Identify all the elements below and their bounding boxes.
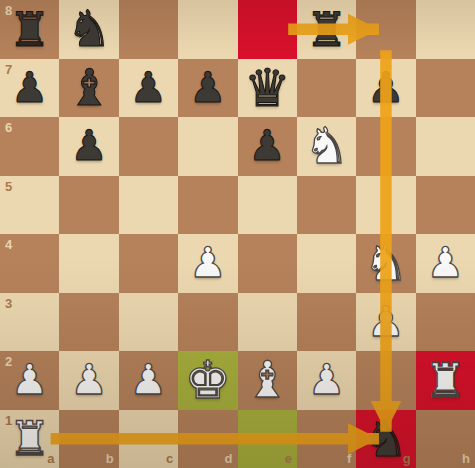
square-a4[interactable]: 4	[0, 234, 59, 293]
square-f5[interactable]	[297, 176, 356, 235]
square-b4[interactable]	[59, 234, 118, 293]
rank-label-8: 8	[5, 3, 12, 18]
square-a6[interactable]: 6	[0, 117, 59, 176]
square-b3[interactable]	[59, 293, 118, 352]
white-pawn-icon[interactable]: ♟	[119, 351, 178, 410]
square-e1[interactable]: e	[238, 410, 297, 468]
square-e8[interactable]	[238, 0, 297, 59]
square-d3[interactable]	[178, 293, 237, 352]
square-e6[interactable]: ♟	[238, 117, 297, 176]
square-d1[interactable]: d	[178, 410, 237, 468]
black-rook-icon[interactable]: ♜	[297, 0, 356, 59]
white-pawn-icon[interactable]: ♟	[356, 293, 415, 352]
black-bishop-icon[interactable]: ♝	[59, 59, 118, 118]
square-d6[interactable]	[178, 117, 237, 176]
square-h4[interactable]: ♟	[416, 234, 475, 293]
square-g1[interactable]: g♞	[356, 410, 415, 468]
white-rook-icon[interactable]: ♜	[416, 351, 475, 410]
square-g7[interactable]: ♟	[356, 59, 415, 118]
square-g6[interactable]	[356, 117, 415, 176]
white-pawn-icon[interactable]: ♟	[59, 351, 118, 410]
square-c4[interactable]	[119, 234, 178, 293]
black-queen-icon[interactable]: ♛	[238, 59, 297, 118]
black-knight-icon[interactable]: ♞	[59, 0, 118, 59]
square-b1[interactable]: b	[59, 410, 118, 468]
square-e2[interactable]: ♝	[238, 351, 297, 410]
rank-label-3: 3	[5, 296, 12, 311]
square-d5[interactable]	[178, 176, 237, 235]
square-h6[interactable]	[416, 117, 475, 176]
square-c5[interactable]	[119, 176, 178, 235]
square-g5[interactable]	[356, 176, 415, 235]
black-pawn-icon[interactable]: ♟	[178, 59, 237, 118]
square-d7[interactable]: ♟	[178, 59, 237, 118]
square-e4[interactable]	[238, 234, 297, 293]
file-label-d: d	[225, 451, 233, 466]
square-d4[interactable]: ♟	[178, 234, 237, 293]
square-h8[interactable]	[416, 0, 475, 59]
square-b7[interactable]: ♝	[59, 59, 118, 118]
black-pawn-icon[interactable]: ♟	[356, 59, 415, 118]
square-e7[interactable]: ♛	[238, 59, 297, 118]
square-f2[interactable]: ♟	[297, 351, 356, 410]
file-label-e: e	[285, 451, 292, 466]
square-e5[interactable]	[238, 176, 297, 235]
square-c7[interactable]: ♟	[119, 59, 178, 118]
square-a1[interactable]: 1a♜	[0, 410, 59, 468]
white-pawn-icon[interactable]: ♟	[297, 351, 356, 410]
file-label-c: c	[166, 451, 173, 466]
square-h1[interactable]: h	[416, 410, 475, 468]
square-b2[interactable]: ♟	[59, 351, 118, 410]
square-h7[interactable]	[416, 59, 475, 118]
square-f4[interactable]	[297, 234, 356, 293]
square-c2[interactable]: ♟	[119, 351, 178, 410]
square-a7[interactable]: 7♟	[0, 59, 59, 118]
square-c8[interactable]	[119, 0, 178, 59]
black-pawn-icon[interactable]: ♟	[119, 59, 178, 118]
rank-label-5: 5	[5, 179, 12, 194]
square-c6[interactable]	[119, 117, 178, 176]
rank-label-2: 2	[5, 354, 12, 369]
square-f6[interactable]: ♞	[297, 117, 356, 176]
square-g2[interactable]	[356, 351, 415, 410]
rank-label-6: 6	[5, 120, 12, 135]
square-f1[interactable]: f	[297, 410, 356, 468]
square-e3[interactable]	[238, 293, 297, 352]
rank-label-7: 7	[5, 62, 12, 77]
square-c1[interactable]: c	[119, 410, 178, 468]
square-b5[interactable]	[59, 176, 118, 235]
rank-label-1: 1	[5, 413, 12, 428]
square-h2[interactable]: ♜	[416, 351, 475, 410]
white-pawn-icon[interactable]: ♟	[416, 234, 475, 293]
square-b6[interactable]: ♟	[59, 117, 118, 176]
board-grid: 8♜♞♜7♟♝♟♟♛♟6♟♟♞54♟♞♟3♟2♟♟♟♚♝♟♜1a♜bcdefg♞…	[0, 0, 475, 468]
square-d2[interactable]: ♚	[178, 351, 237, 410]
square-g3[interactable]: ♟	[356, 293, 415, 352]
square-b8[interactable]: ♞	[59, 0, 118, 59]
file-label-f: f	[347, 451, 351, 466]
white-bishop-icon[interactable]: ♝	[238, 351, 297, 410]
file-label-h: h	[462, 451, 470, 466]
square-h3[interactable]	[416, 293, 475, 352]
square-d8[interactable]	[178, 0, 237, 59]
file-label-a: a	[47, 451, 54, 466]
white-knight-icon[interactable]: ♞	[356, 234, 415, 293]
square-a2[interactable]: 2♟	[0, 351, 59, 410]
file-label-b: b	[106, 451, 114, 466]
square-g8[interactable]	[356, 0, 415, 59]
square-c3[interactable]	[119, 293, 178, 352]
square-a8[interactable]: 8♜	[0, 0, 59, 59]
chess-board: 8♜♞♜7♟♝♟♟♛♟6♟♟♞54♟♞♟3♟2♟♟♟♚♝♟♜1a♜bcdefg♞…	[0, 0, 475, 468]
square-a5[interactable]: 5	[0, 176, 59, 235]
square-f3[interactable]	[297, 293, 356, 352]
square-f8[interactable]: ♜	[297, 0, 356, 59]
white-king-icon[interactable]: ♚	[178, 351, 237, 410]
white-knight-icon[interactable]: ♞	[297, 117, 356, 176]
rank-label-4: 4	[5, 237, 12, 252]
square-h5[interactable]	[416, 176, 475, 235]
white-pawn-icon[interactable]: ♟	[178, 234, 237, 293]
black-pawn-icon[interactable]: ♟	[59, 117, 118, 176]
black-pawn-icon[interactable]: ♟	[238, 117, 297, 176]
square-f7[interactable]	[297, 59, 356, 118]
square-g4[interactable]: ♞	[356, 234, 415, 293]
file-label-g: g	[403, 451, 411, 466]
square-a3[interactable]: 3	[0, 293, 59, 352]
